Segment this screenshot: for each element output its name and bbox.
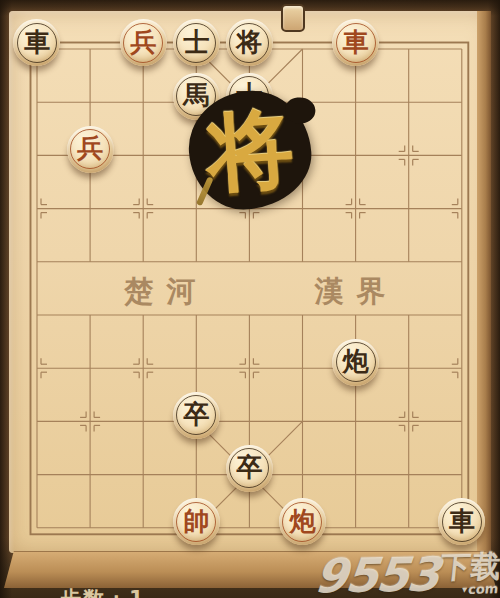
piece-black-chariot[interactable]: 車 <box>438 498 485 545</box>
piece-red-soldier[interactable]: 兵 <box>120 19 167 66</box>
check-stamp-character: 将 <box>204 104 296 196</box>
piece-character: 車 <box>449 508 475 534</box>
piece-character: 車 <box>24 29 50 55</box>
piece-red-cannon[interactable]: 炮 <box>279 498 326 545</box>
check-stamp: 将 <box>185 87 315 213</box>
frame-notch <box>281 4 305 32</box>
watermark-com-text: com <box>468 583 500 597</box>
piece-black-chariot[interactable]: 車 <box>13 19 60 66</box>
steps-counter: 步数：1 <box>60 585 146 598</box>
piece-red-soldier[interactable]: 兵 <box>67 126 114 173</box>
watermark-number: 9553 <box>313 553 441 598</box>
piece-black-advisor[interactable]: 士 <box>173 19 220 66</box>
piece-character: 兵 <box>130 29 156 55</box>
piece-character: 炮 <box>289 508 315 534</box>
piece-character: 帥 <box>183 508 209 534</box>
piece-black-general[interactable]: 将 <box>226 19 273 66</box>
watermark-cn: 下载 <box>439 552 500 583</box>
piece-character: 卒 <box>236 454 262 480</box>
xiangqi-app-screen: 楚河 漢界 車兵士将車馬士兵炮卒卒帥炮車 将 步数：1 9553 下载 ▾ co… <box>0 0 500 598</box>
watermark-right: 下载 ▾ com <box>438 552 500 597</box>
piece-black-soldier[interactable]: 卒 <box>173 392 220 439</box>
piece-red-general[interactable]: 帥 <box>173 498 220 545</box>
piece-character: 将 <box>236 29 262 55</box>
piece-character: 炮 <box>343 348 369 374</box>
piece-red-chariot[interactable]: 車 <box>332 19 379 66</box>
piece-character: 車 <box>343 29 369 55</box>
site-watermark: 9553 下载 ▾ com <box>313 552 500 598</box>
piece-black-soldier[interactable]: 卒 <box>226 445 273 492</box>
piece-black-cannon[interactable]: 炮 <box>332 339 379 386</box>
piece-character: 卒 <box>183 401 209 427</box>
piece-character: 兵 <box>77 135 103 161</box>
piece-character: 士 <box>183 29 209 55</box>
watermark-com: ▾ com <box>462 583 500 597</box>
